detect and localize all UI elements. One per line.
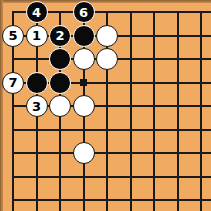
stone-white [96,48,118,70]
go-board: 4651273 [0,0,211,211]
stone-black [49,72,71,94]
stone-black-move-6: 6 [73,1,95,23]
stone-white [73,95,95,117]
grid-line-vertical [200,11,202,211]
stone-black-move-2: 2 [49,25,71,47]
stone-white-move-5: 5 [2,25,24,47]
grid-line-horizontal [12,199,211,201]
stone-white-move-7: 7 [2,72,24,94]
grid-line-horizontal [12,176,211,178]
stone-black [73,25,95,47]
stone-black [49,48,71,70]
grid-line-vertical [177,11,179,211]
stone-black [26,72,48,94]
grid-line-horizontal [12,129,211,131]
grid-line-vertical [130,11,132,211]
stone-white [73,142,95,164]
grid-line-horizontal [12,152,211,154]
stone-white-move-3: 3 [26,95,48,117]
hoshi-star-point [80,79,87,86]
stone-white [49,95,71,117]
stone-black-move-4: 4 [26,1,48,23]
stone-white [73,48,95,70]
stone-white [96,25,118,47]
stone-white-move-1: 1 [26,25,48,47]
grid-line-vertical [153,11,155,211]
